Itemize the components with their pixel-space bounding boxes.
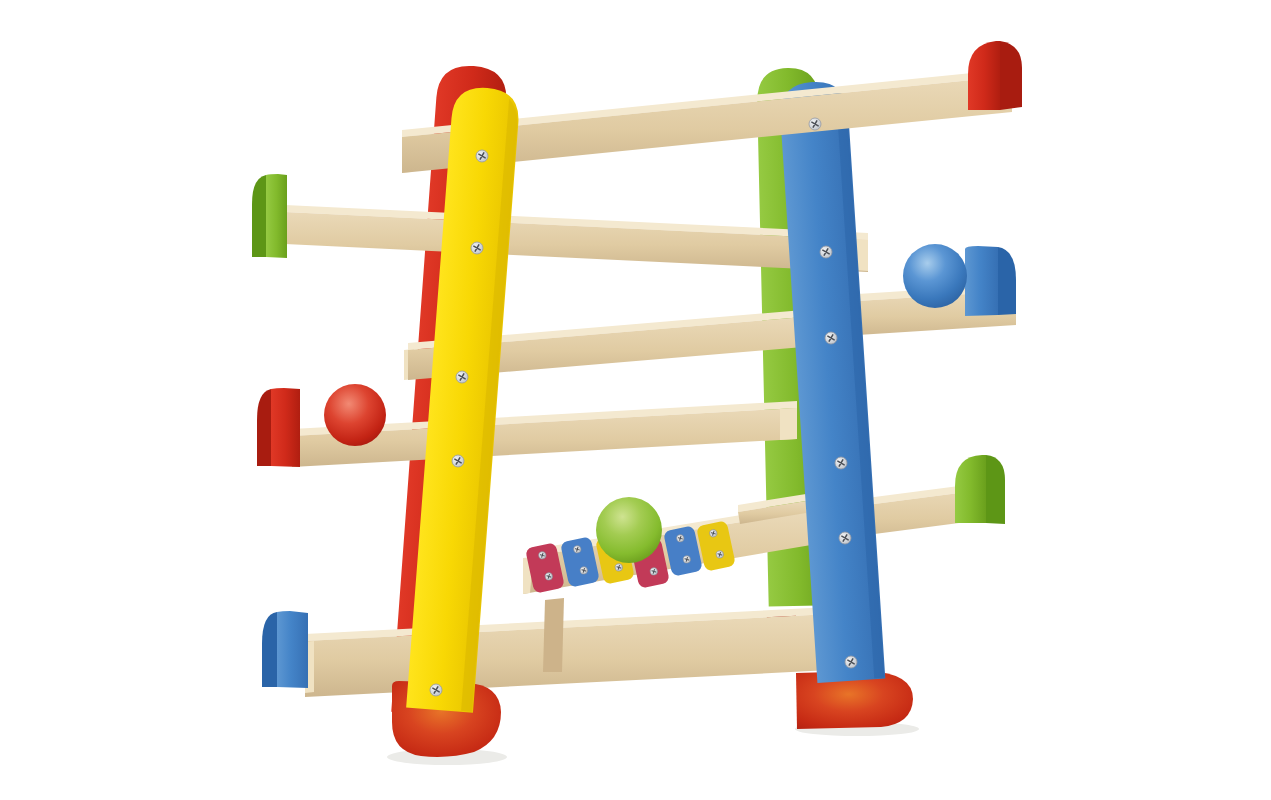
- cap-upper-left-green: [252, 174, 287, 258]
- bottom-beam: [305, 607, 830, 697]
- cap-mid-left-red: [257, 388, 300, 467]
- cap-mid-right-blue: [965, 246, 1016, 316]
- cap-top-right-red: [968, 41, 1022, 110]
- green-ball: [596, 497, 662, 563]
- blue-ball: [903, 244, 967, 308]
- product-photo: [0, 0, 1271, 800]
- xylophone-support: [543, 598, 564, 672]
- red-ball: [324, 384, 386, 446]
- toy-illustration: [0, 0, 1271, 800]
- cap-bottom-left-blue: [262, 611, 308, 688]
- cap-lower-right-green: [955, 455, 1005, 524]
